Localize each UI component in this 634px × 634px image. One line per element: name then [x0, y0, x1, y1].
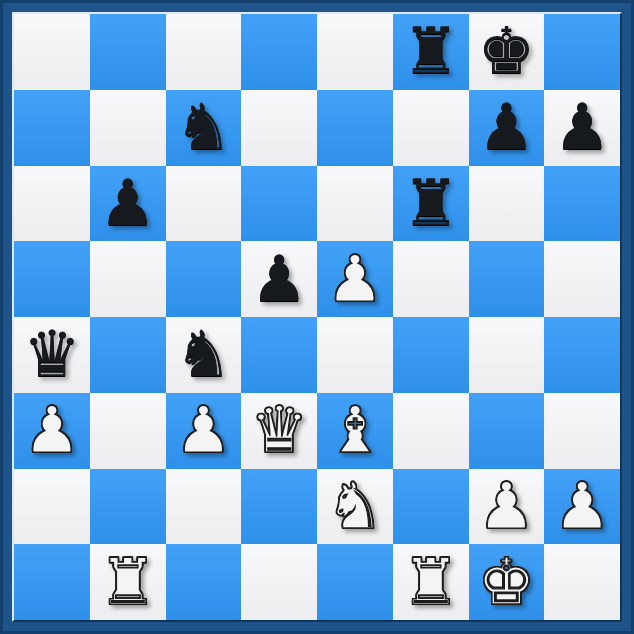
- square-e4[interactable]: [317, 317, 393, 393]
- square-c3[interactable]: ♟: [166, 393, 242, 469]
- square-a8[interactable]: [14, 14, 90, 90]
- piece-white-rook[interactable]: ♜: [402, 545, 459, 620]
- square-g3[interactable]: [469, 393, 545, 469]
- square-f4[interactable]: [393, 317, 469, 393]
- piece-black-rook[interactable]: ♜: [402, 166, 459, 241]
- board-frame: ♜♚♞♟♟♟♜♟♟♛♞♟♟♛♝♞♟♟♜♜♚: [0, 0, 634, 634]
- square-a5[interactable]: [14, 241, 90, 317]
- square-d4[interactable]: [241, 317, 317, 393]
- square-b8[interactable]: [90, 14, 166, 90]
- square-c4[interactable]: ♞: [166, 317, 242, 393]
- square-g4[interactable]: [469, 317, 545, 393]
- square-a7[interactable]: [14, 90, 90, 166]
- square-f3[interactable]: [393, 393, 469, 469]
- chess-board: ♜♚♞♟♟♟♜♟♟♛♞♟♟♛♝♞♟♟♜♜♚: [12, 12, 622, 622]
- piece-white-knight[interactable]: ♞: [326, 469, 383, 544]
- square-b3[interactable]: [90, 393, 166, 469]
- square-g7[interactable]: ♟: [469, 90, 545, 166]
- square-e5[interactable]: ♟: [317, 241, 393, 317]
- square-b2[interactable]: [90, 469, 166, 545]
- square-d3[interactable]: ♛: [241, 393, 317, 469]
- square-b4[interactable]: [90, 317, 166, 393]
- square-c8[interactable]: [166, 14, 242, 90]
- square-e7[interactable]: [317, 90, 393, 166]
- piece-white-king[interactable]: ♚: [478, 545, 535, 620]
- square-b6[interactable]: ♟: [90, 166, 166, 242]
- piece-white-pawn[interactable]: ♟: [326, 242, 383, 317]
- piece-black-knight[interactable]: ♞: [175, 317, 232, 392]
- square-f8[interactable]: ♜: [393, 14, 469, 90]
- square-e1[interactable]: [317, 544, 393, 620]
- square-c7[interactable]: ♞: [166, 90, 242, 166]
- square-h6[interactable]: [544, 166, 620, 242]
- piece-black-pawn[interactable]: ♟: [99, 166, 156, 241]
- piece-black-king[interactable]: ♚: [478, 14, 535, 89]
- square-c6[interactable]: [166, 166, 242, 242]
- square-g2[interactable]: ♟: [469, 469, 545, 545]
- square-h2[interactable]: ♟: [544, 469, 620, 545]
- square-f2[interactable]: [393, 469, 469, 545]
- square-b5[interactable]: [90, 241, 166, 317]
- square-d7[interactable]: [241, 90, 317, 166]
- square-d6[interactable]: [241, 166, 317, 242]
- square-h4[interactable]: [544, 317, 620, 393]
- piece-black-rook[interactable]: ♜: [402, 14, 459, 89]
- square-a2[interactable]: [14, 469, 90, 545]
- square-a3[interactable]: ♟: [14, 393, 90, 469]
- piece-white-queen[interactable]: ♛: [250, 393, 307, 468]
- square-h3[interactable]: [544, 393, 620, 469]
- square-e3[interactable]: ♝: [317, 393, 393, 469]
- piece-black-pawn[interactable]: ♟: [478, 90, 535, 165]
- square-f5[interactable]: [393, 241, 469, 317]
- square-d5[interactable]: ♟: [241, 241, 317, 317]
- square-a6[interactable]: [14, 166, 90, 242]
- piece-white-bishop[interactable]: ♝: [326, 393, 383, 468]
- square-d2[interactable]: [241, 469, 317, 545]
- piece-white-pawn[interactable]: ♟: [23, 393, 80, 468]
- square-c1[interactable]: [166, 544, 242, 620]
- square-b7[interactable]: [90, 90, 166, 166]
- square-c2[interactable]: [166, 469, 242, 545]
- square-b1[interactable]: ♜: [90, 544, 166, 620]
- square-h7[interactable]: ♟: [544, 90, 620, 166]
- square-e6[interactable]: [317, 166, 393, 242]
- square-g6[interactable]: [469, 166, 545, 242]
- square-g8[interactable]: ♚: [469, 14, 545, 90]
- square-h1[interactable]: [544, 544, 620, 620]
- square-g1[interactable]: ♚: [469, 544, 545, 620]
- piece-white-pawn[interactable]: ♟: [553, 469, 610, 544]
- piece-white-pawn[interactable]: ♟: [478, 469, 535, 544]
- piece-black-pawn[interactable]: ♟: [553, 90, 610, 165]
- piece-white-pawn[interactable]: ♟: [175, 393, 232, 468]
- square-d1[interactable]: [241, 544, 317, 620]
- piece-black-knight[interactable]: ♞: [175, 90, 232, 165]
- piece-black-pawn[interactable]: ♟: [250, 242, 307, 317]
- square-d8[interactable]: [241, 14, 317, 90]
- square-h5[interactable]: [544, 241, 620, 317]
- square-a4[interactable]: ♛: [14, 317, 90, 393]
- square-e8[interactable]: [317, 14, 393, 90]
- square-g5[interactable]: [469, 241, 545, 317]
- square-f7[interactable]: [393, 90, 469, 166]
- square-f1[interactable]: ♜: [393, 544, 469, 620]
- square-c5[interactable]: [166, 241, 242, 317]
- square-a1[interactable]: [14, 544, 90, 620]
- piece-black-queen[interactable]: ♛: [23, 317, 80, 392]
- square-h8[interactable]: [544, 14, 620, 90]
- square-f6[interactable]: ♜: [393, 166, 469, 242]
- piece-white-rook[interactable]: ♜: [99, 545, 156, 620]
- square-e2[interactable]: ♞: [317, 469, 393, 545]
